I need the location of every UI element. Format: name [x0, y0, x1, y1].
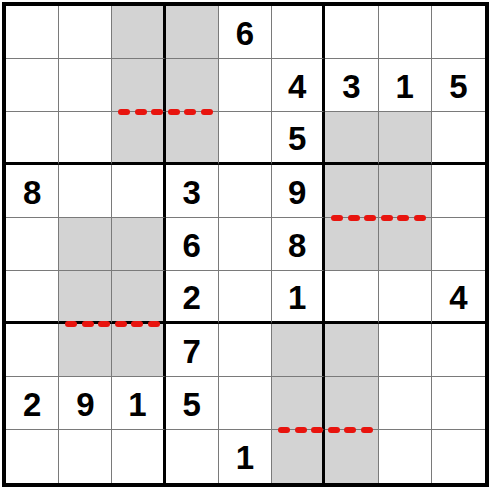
cell-r1c2[interactable]: [59, 6, 112, 59]
cell-r9c4[interactable]: [166, 430, 219, 483]
cell-r6c9[interactable]: 4: [432, 271, 485, 324]
cell-r3c4[interactable]: [166, 112, 219, 165]
cell-r3c9[interactable]: [432, 112, 485, 165]
cell-r2c7[interactable]: 3: [325, 59, 378, 112]
cell-r2c6[interactable]: 4: [272, 59, 325, 112]
cell-r7c2[interactable]: [59, 324, 112, 377]
cell-r4c9[interactable]: [432, 165, 485, 218]
cell-r7c1[interactable]: [6, 324, 59, 377]
cell-r1c7[interactable]: [325, 6, 378, 59]
cell-r6c1[interactable]: [6, 271, 59, 324]
cell-r2c4[interactable]: [166, 59, 219, 112]
cell-r6c3[interactable]: [112, 271, 165, 324]
cell-r4c1[interactable]: 8: [6, 165, 59, 218]
cell-r1c5[interactable]: 6: [219, 6, 272, 59]
cell-r7c8[interactable]: [379, 324, 432, 377]
cell-r3c6[interactable]: 5: [272, 112, 325, 165]
cell-r2c1[interactable]: [6, 59, 59, 112]
cell-r8c6[interactable]: [272, 377, 325, 430]
cell-r4c5[interactable]: [219, 165, 272, 218]
cell-r8c9[interactable]: [432, 377, 485, 430]
cell-r9c2[interactable]: [59, 430, 112, 483]
cell-r5c7[interactable]: [325, 218, 378, 271]
cell-r5c4[interactable]: 6: [166, 218, 219, 271]
cell-r3c5[interactable]: [219, 112, 272, 165]
cell-r3c8[interactable]: [379, 112, 432, 165]
cell-r8c4[interactable]: 5: [166, 377, 219, 430]
cell-r7c3[interactable]: [112, 324, 165, 377]
sudoku-board: 64315583968214729151: [2, 2, 489, 487]
cell-r5c6[interactable]: 8: [272, 218, 325, 271]
cell-r5c3[interactable]: [112, 218, 165, 271]
cell-r6c6[interactable]: 1: [272, 271, 325, 324]
cell-r8c5[interactable]: [219, 377, 272, 430]
cell-r7c5[interactable]: [219, 324, 272, 377]
cell-r9c5[interactable]: 1: [219, 430, 272, 483]
cell-r5c2[interactable]: [59, 218, 112, 271]
cell-r1c3[interactable]: [112, 6, 165, 59]
cell-r9c7[interactable]: [325, 430, 378, 483]
cell-r7c7[interactable]: [325, 324, 378, 377]
cell-r9c3[interactable]: [112, 430, 165, 483]
cell-r8c3[interactable]: 1: [112, 377, 165, 430]
cell-r3c2[interactable]: [59, 112, 112, 165]
cell-r4c6[interactable]: 9: [272, 165, 325, 218]
cell-r5c8[interactable]: [379, 218, 432, 271]
cell-r1c4[interactable]: [166, 6, 219, 59]
cell-r4c8[interactable]: [379, 165, 432, 218]
cell-r4c2[interactable]: [59, 165, 112, 218]
cell-r9c8[interactable]: [379, 430, 432, 483]
cell-r6c2[interactable]: [59, 271, 112, 324]
cell-r7c9[interactable]: [432, 324, 485, 377]
cell-r4c3[interactable]: [112, 165, 165, 218]
cell-r3c1[interactable]: [6, 112, 59, 165]
cell-r6c8[interactable]: [379, 271, 432, 324]
cell-r9c9[interactable]: [432, 430, 485, 483]
cell-r2c2[interactable]: [59, 59, 112, 112]
cell-r8c7[interactable]: [325, 377, 378, 430]
cell-r3c7[interactable]: [325, 112, 378, 165]
cell-r3c3[interactable]: [112, 112, 165, 165]
cell-r2c8[interactable]: 1: [379, 59, 432, 112]
cell-r9c6[interactable]: [272, 430, 325, 483]
cell-r8c2[interactable]: 9: [59, 377, 112, 430]
cell-r1c9[interactable]: [432, 6, 485, 59]
cell-r6c7[interactable]: [325, 271, 378, 324]
cell-r6c5[interactable]: [219, 271, 272, 324]
cell-r2c5[interactable]: [219, 59, 272, 112]
cell-r4c7[interactable]: [325, 165, 378, 218]
cell-r1c6[interactable]: [272, 6, 325, 59]
cell-r1c8[interactable]: [379, 6, 432, 59]
cell-r2c3[interactable]: [112, 59, 165, 112]
cell-r5c5[interactable]: [219, 218, 272, 271]
cell-r5c9[interactable]: [432, 218, 485, 271]
cell-r5c1[interactable]: [6, 218, 59, 271]
cell-r7c4[interactable]: 7: [166, 324, 219, 377]
cell-r4c4[interactable]: 3: [166, 165, 219, 218]
cell-r2c9[interactable]: 5: [432, 59, 485, 112]
cell-r6c4[interactable]: 2: [166, 271, 219, 324]
cell-r8c1[interactable]: 2: [6, 377, 59, 430]
cell-r7c6[interactable]: [272, 324, 325, 377]
cell-r9c1[interactable]: [6, 430, 59, 483]
cell-r1c1[interactable]: [6, 6, 59, 59]
cell-r8c8[interactable]: [379, 377, 432, 430]
